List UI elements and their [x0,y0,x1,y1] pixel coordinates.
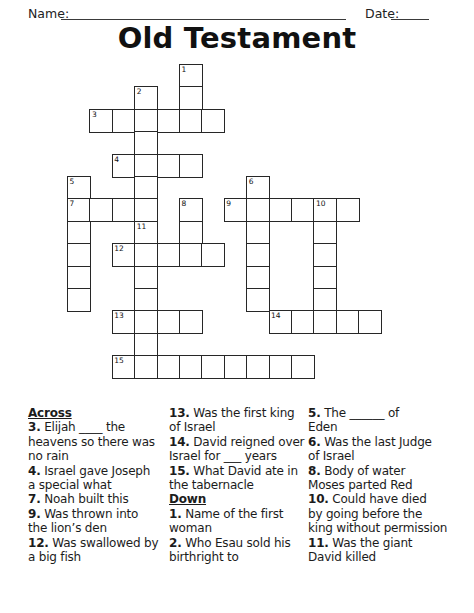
grid-cell-r8c5[interactable] [179,243,203,267]
grid-cell-r13c7[interactable] [224,355,248,379]
grid-cell-r4c4[interactable] [157,154,181,178]
grid-cell-r3c3[interactable] [134,131,158,155]
grid-cell-r8c3[interactable] [134,243,158,267]
grid-cell-r13c2[interactable]: 15 [112,355,136,379]
clue-number-label: 14. [169,435,190,449]
clue-across-15: 15. What David ate inthe tabernacle [169,464,309,493]
grid-cell-r10c0[interactable] [67,288,91,312]
clue-down-8: 8. Body of waterMoses parted Red [308,464,468,493]
grid-cell-r4c2[interactable]: 4 [112,154,136,178]
grid-cell-r8c4[interactable] [157,243,181,267]
grid-cell-r2c6[interactable] [201,109,225,133]
clue-across-12: 12. Was swallowed bya big fish [28,536,170,565]
clue-number-label: 15. [169,464,190,478]
grid-cell-r7c3[interactable]: 11 [134,221,158,245]
grid-number-11: 11 [137,222,147,231]
clues-heading-across: Across [28,406,170,420]
clue-across-3: 3. Elijah ____ theheavens so there wasno… [28,420,170,463]
date-blank-line[interactable] [391,19,429,20]
grid-cell-r13c10[interactable] [291,355,315,379]
clue-across-4: 4. Israel gave Josepha special what [28,464,170,493]
grid-cell-r8c6[interactable] [201,243,225,267]
grid-cell-r6c1[interactable] [89,198,113,222]
grid-cell-r6c8[interactable] [246,198,270,222]
grid-cell-r6c2[interactable] [112,198,136,222]
grid-cell-r6c12[interactable] [336,198,360,222]
grid-cell-r11c9[interactable]: 14 [269,310,293,334]
grid-cell-r6c10[interactable] [291,198,315,222]
grid-cell-r7c8[interactable] [246,221,270,245]
clue-number-label: 6. [308,435,321,449]
crossword-board: 123456789101112131415 [67,64,383,380]
grid-cell-r8c11[interactable] [313,243,337,267]
grid-cell-r11c11[interactable] [313,310,337,334]
grid-cell-r11c2[interactable]: 13 [112,310,136,334]
clue-number-label: 13. [169,406,190,420]
grid-cell-r11c13[interactable] [358,310,382,334]
grid-cell-r8c8[interactable] [246,243,270,267]
grid-cell-r5c8[interactable]: 6 [246,176,270,200]
grid-number-1: 1 [182,65,187,74]
grid-number-12: 12 [114,244,124,253]
grid-cell-r12c3[interactable] [134,333,158,357]
grid-cell-r11c5[interactable] [179,310,203,334]
grid-cell-r4c5[interactable] [179,154,203,178]
grid-cell-r9c8[interactable] [246,266,270,290]
grid-cell-r6c11[interactable]: 10 [313,198,337,222]
clue-column-3: 5. The ______ ofEden6. Was the last Judg… [308,406,468,564]
grid-cell-r0c5[interactable]: 1 [179,64,203,88]
grid-cell-r7c0[interactable] [67,221,91,245]
grid-cell-r6c3[interactable] [134,198,158,222]
grid-cell-r9c3[interactable] [134,266,158,290]
clue-across-7: 7. Noah built this [28,492,170,506]
grid-number-5: 5 [70,177,75,186]
clue-number-label: 5. [308,406,321,420]
grid-cell-r2c2[interactable] [112,109,136,133]
clue-number-label: 8. [308,464,321,478]
grid-number-7: 7 [70,199,75,208]
grid-number-10: 10 [316,199,326,208]
grid-cell-r13c4[interactable] [157,355,181,379]
grid-cell-r8c0[interactable] [67,243,91,267]
grid-number-8: 8 [182,199,187,208]
grid-cell-r13c5[interactable] [179,355,203,379]
grid-cell-r6c9[interactable] [269,198,293,222]
clue-across-13: 13. Was the first kingof Israel [169,406,309,435]
grid-cell-r10c8[interactable] [246,288,270,312]
clue-down-6: 6. Was the last Judgeof Israel [308,435,468,464]
clue-number-label: 4. [28,464,41,478]
grid-cell-r4c3[interactable] [134,154,158,178]
grid-cell-r13c9[interactable] [269,355,293,379]
grid-cell-r11c4[interactable] [157,310,181,334]
grid-cell-r5c0[interactable]: 5 [67,176,91,200]
grid-cell-r2c3[interactable] [134,109,158,133]
grid-cell-r13c3[interactable] [134,355,158,379]
grid-cell-r10c3[interactable] [134,288,158,312]
clue-number-label: 10. [308,492,329,506]
grid-cell-r9c0[interactable] [67,266,91,290]
clue-number-label: 11. [308,536,329,550]
clue-column-1: Across3. Elijah ____ theheavens so there… [28,406,170,564]
clue-number-label: 2. [169,536,182,550]
clue-down-1: 1. Name of the firstwoman [169,507,309,536]
grid-cell-r13c8[interactable] [246,355,270,379]
grid-cell-r5c3[interactable] [134,176,158,200]
grid-number-3: 3 [92,110,97,119]
grid-cell-r7c5[interactable] [179,221,203,245]
clue-column-2: 13. Was the first kingof Israel14. David… [169,406,309,564]
grid-cell-r6c0[interactable]: 7 [67,198,91,222]
grid-number-2: 2 [137,87,142,96]
grid-cell-r6c7[interactable]: 9 [224,198,248,222]
clue-down-10: 10. Could have diedby going before theki… [308,492,468,535]
name-blank-line[interactable] [61,19,346,20]
grid-cell-r1c3[interactable]: 2 [134,86,158,110]
clue-number-label: 7. [28,492,41,506]
clue-across-14: 14. David reigned overIsrael for ___ yea… [169,435,309,464]
grid-number-4: 4 [114,155,119,164]
clue-number-label: 3. [28,420,41,434]
clue-down-2: 2. Who Esau sold hisbirthright to [169,536,309,565]
grid-cell-r11c3[interactable] [134,310,158,334]
grid-cell-r11c10[interactable] [291,310,315,334]
clue-number-label: 1. [169,507,182,521]
grid-number-15: 15 [114,356,124,365]
clues-heading-down: Down [169,492,309,506]
clue-down-11: 11. Was the giantDavid killed [308,536,468,565]
grid-cell-r10c11[interactable] [313,288,337,312]
grid-number-13: 13 [114,311,124,320]
grid-cell-r2c5[interactable] [179,109,203,133]
clue-number-label: 9. [28,507,41,521]
clue-across-9: 9. Was thrown intothe lion’s den [28,507,170,536]
grid-cell-r11c12[interactable] [336,310,360,334]
grid-number-14: 14 [271,311,281,320]
grid-cell-r8c2[interactable]: 12 [112,243,136,267]
grid-cell-r6c5[interactable]: 8 [179,198,203,222]
grid-number-9: 9 [226,199,231,208]
grid-cell-r9c11[interactable] [313,266,337,290]
grid-cell-r2c1[interactable]: 3 [89,109,113,133]
clue-number-label: 12. [28,536,49,550]
page-title: Old Testament [0,21,474,55]
grid-number-6: 6 [249,177,254,186]
grid-cell-r7c11[interactable] [313,221,337,245]
clue-down-5: 5. The ______ ofEden [308,406,468,435]
worksheet-page: Name: Date: Old Testament 12345678910111… [0,0,474,613]
grid-cell-r13c6[interactable] [201,355,225,379]
grid-cell-r1c5[interactable] [179,86,203,110]
grid-cell-r2c4[interactable] [157,109,181,133]
